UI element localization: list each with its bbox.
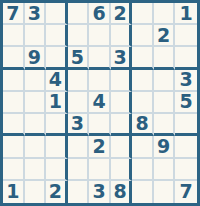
sudoku-board: 73621295343145382912387 bbox=[0, 0, 200, 206]
cell-r5c1[interactable] bbox=[3, 92, 25, 114]
cell-r2c3[interactable] bbox=[46, 25, 68, 47]
cell-r1c5[interactable]: 6 bbox=[89, 3, 111, 25]
cell-r2c5[interactable] bbox=[89, 25, 111, 47]
cell-r4c3[interactable]: 4 bbox=[46, 70, 68, 92]
cell-r1c7[interactable] bbox=[132, 3, 154, 25]
cell-r8c8[interactable] bbox=[154, 159, 176, 181]
cell-r4c8[interactable] bbox=[154, 70, 176, 92]
cell-r8c4[interactable] bbox=[68, 159, 90, 181]
cell-r3c7[interactable] bbox=[132, 47, 154, 69]
cell-r4c4[interactable] bbox=[68, 70, 90, 92]
cell-r5c6[interactable] bbox=[111, 92, 133, 114]
cell-r5c3[interactable]: 1 bbox=[46, 92, 68, 114]
cell-r7c1[interactable] bbox=[3, 136, 25, 158]
cell-r3c5[interactable] bbox=[89, 47, 111, 69]
cell-r1c1[interactable]: 7 bbox=[3, 3, 25, 25]
cell-r6c4[interactable]: 3 bbox=[68, 114, 90, 136]
cell-r8c9[interactable] bbox=[175, 159, 197, 181]
cell-r8c1[interactable] bbox=[3, 159, 25, 181]
cell-r2c6[interactable] bbox=[111, 25, 133, 47]
cell-r7c8[interactable]: 9 bbox=[154, 136, 176, 158]
cell-r9c7[interactable] bbox=[132, 181, 154, 203]
cell-r3c8[interactable] bbox=[154, 47, 176, 69]
cell-r1c3[interactable] bbox=[46, 3, 68, 25]
cell-r3c6[interactable]: 3 bbox=[111, 47, 133, 69]
cell-r6c9[interactable] bbox=[175, 114, 197, 136]
cell-r1c8[interactable] bbox=[154, 3, 176, 25]
cell-r7c7[interactable] bbox=[132, 136, 154, 158]
cell-r3c2[interactable]: 9 bbox=[25, 47, 47, 69]
cell-r6c7[interactable]: 8 bbox=[132, 114, 154, 136]
cell-r9c6[interactable]: 8 bbox=[111, 181, 133, 203]
cell-r9c8[interactable] bbox=[154, 181, 176, 203]
cell-r4c1[interactable] bbox=[3, 70, 25, 92]
cell-r6c1[interactable] bbox=[3, 114, 25, 136]
cell-r9c1[interactable]: 1 bbox=[3, 181, 25, 203]
cell-r9c5[interactable]: 3 bbox=[89, 181, 111, 203]
cell-r7c5[interactable]: 2 bbox=[89, 136, 111, 158]
cell-r3c1[interactable] bbox=[3, 47, 25, 69]
cell-r2c9[interactable] bbox=[175, 25, 197, 47]
cell-r9c2[interactable] bbox=[25, 181, 47, 203]
cell-r7c9[interactable] bbox=[175, 136, 197, 158]
cell-r7c3[interactable] bbox=[46, 136, 68, 158]
cell-r2c4[interactable] bbox=[68, 25, 90, 47]
cell-r5c4[interactable] bbox=[68, 92, 90, 114]
cell-r5c7[interactable] bbox=[132, 92, 154, 114]
cell-r4c7[interactable] bbox=[132, 70, 154, 92]
cell-r4c9[interactable]: 3 bbox=[175, 70, 197, 92]
cell-r1c2[interactable]: 3 bbox=[25, 3, 47, 25]
cell-r2c2[interactable] bbox=[25, 25, 47, 47]
cell-r7c4[interactable] bbox=[68, 136, 90, 158]
cell-r1c6[interactable]: 2 bbox=[111, 3, 133, 25]
cell-r7c6[interactable] bbox=[111, 136, 133, 158]
cell-r5c9[interactable]: 5 bbox=[175, 92, 197, 114]
cell-r8c2[interactable] bbox=[25, 159, 47, 181]
cell-r6c2[interactable] bbox=[25, 114, 47, 136]
cell-r6c6[interactable] bbox=[111, 114, 133, 136]
cell-r5c8[interactable] bbox=[154, 92, 176, 114]
cell-r9c9[interactable]: 7 bbox=[175, 181, 197, 203]
cell-r9c3[interactable]: 2 bbox=[46, 181, 68, 203]
cell-r5c2[interactable] bbox=[25, 92, 47, 114]
cell-r1c9[interactable]: 1 bbox=[175, 3, 197, 25]
cell-r8c6[interactable] bbox=[111, 159, 133, 181]
cell-r3c4[interactable]: 5 bbox=[68, 47, 90, 69]
cell-r8c3[interactable] bbox=[46, 159, 68, 181]
cell-r4c6[interactable] bbox=[111, 70, 133, 92]
cell-r2c7[interactable] bbox=[132, 25, 154, 47]
cell-r3c9[interactable] bbox=[175, 47, 197, 69]
cell-r9c4[interactable] bbox=[68, 181, 90, 203]
cell-r1c4[interactable] bbox=[68, 3, 90, 25]
cell-r3c3[interactable] bbox=[46, 47, 68, 69]
cell-r8c7[interactable] bbox=[132, 159, 154, 181]
cell-r2c8[interactable]: 2 bbox=[154, 25, 176, 47]
cell-r6c8[interactable] bbox=[154, 114, 176, 136]
cell-r8c5[interactable] bbox=[89, 159, 111, 181]
cell-r4c5[interactable] bbox=[89, 70, 111, 92]
cell-r6c3[interactable] bbox=[46, 114, 68, 136]
cell-r2c1[interactable] bbox=[3, 25, 25, 47]
cell-r4c2[interactable] bbox=[25, 70, 47, 92]
cell-r6c5[interactable] bbox=[89, 114, 111, 136]
cell-r7c2[interactable] bbox=[25, 136, 47, 158]
cell-r5c5[interactable]: 4 bbox=[89, 92, 111, 114]
